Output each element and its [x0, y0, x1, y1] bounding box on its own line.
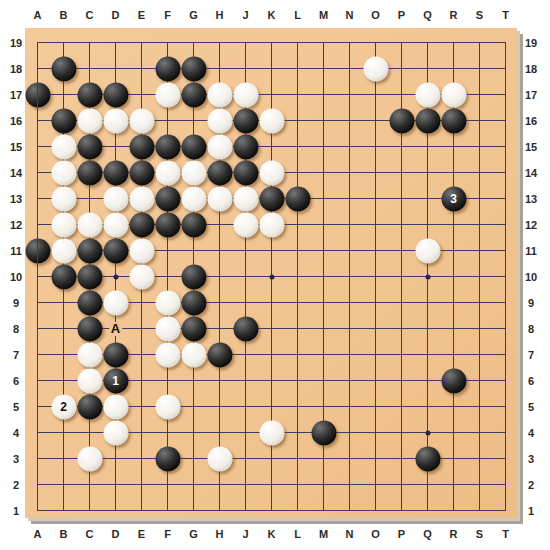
stone-white-F5	[155, 394, 180, 419]
col-label-top-E: E	[138, 9, 145, 21]
stone-white-E10	[129, 264, 154, 289]
col-label-bottom-T: T	[502, 528, 509, 540]
stone-white-Q17	[415, 82, 440, 107]
row-label-left-19: 19	[10, 37, 22, 49]
col-label-top-T: T	[502, 9, 509, 21]
star-point-Q4	[425, 430, 430, 435]
row-label-left-1: 1	[13, 505, 19, 517]
col-label-bottom-C: C	[86, 528, 94, 540]
row-label-left-8: 8	[13, 323, 19, 335]
stone-black-D14	[103, 160, 128, 185]
board-grid: 312A	[37, 42, 506, 511]
stone-black-D17	[103, 82, 128, 107]
row-label-right-7: 7	[528, 349, 534, 361]
row-label-left-16: 16	[10, 115, 22, 127]
stone-black-G17	[181, 82, 206, 107]
col-label-bottom-B: B	[60, 528, 68, 540]
stone-black-A11	[25, 238, 50, 263]
stone-white-R17	[441, 82, 466, 107]
row-label-left-17: 17	[10, 89, 22, 101]
stone-white-J17	[233, 82, 258, 107]
stone-white-G14	[181, 160, 206, 185]
row-label-left-2: 2	[13, 479, 19, 491]
row-label-left-12: 12	[10, 219, 22, 231]
stone-white-H13	[207, 186, 232, 211]
row-label-right-12: 12	[525, 219, 537, 231]
stone-black-C14	[77, 160, 102, 185]
stone-white-E16	[129, 108, 154, 133]
stone-white-B14	[51, 160, 76, 185]
stone-black-Q3	[415, 446, 440, 471]
stone-white-F17	[155, 82, 180, 107]
col-label-bottom-J: J	[242, 528, 248, 540]
row-label-left-10: 10	[10, 271, 22, 283]
stone-black-A17	[25, 82, 50, 107]
row-label-right-18: 18	[525, 63, 537, 75]
row-label-right-10: 10	[525, 271, 537, 283]
row-label-left-6: 6	[13, 375, 19, 387]
stone-black-H14	[207, 160, 232, 185]
stone-white-K4	[259, 420, 284, 445]
stone-white-J12	[233, 212, 258, 237]
col-label-top-C: C	[86, 9, 94, 21]
col-label-top-K: K	[268, 9, 276, 21]
stone-white-K14	[259, 160, 284, 185]
col-label-top-G: G	[189, 9, 198, 21]
col-label-bottom-Q: Q	[423, 528, 432, 540]
stone-black-C10	[77, 264, 102, 289]
row-label-right-15: 15	[525, 141, 537, 153]
stone-black-C5	[77, 394, 102, 419]
stone-black-G9	[181, 290, 206, 315]
stone-black-G18	[181, 56, 206, 81]
stone-white-D9	[103, 290, 128, 315]
stone-white-F14	[155, 160, 180, 185]
stone-black-J15	[233, 134, 258, 159]
stone-black-D7	[103, 342, 128, 367]
stone-black-G12	[181, 212, 206, 237]
stone-black-E12	[129, 212, 154, 237]
stone-white-B5-move-2: 2	[51, 394, 76, 419]
col-label-bottom-N: N	[346, 528, 354, 540]
col-label-top-S: S	[476, 9, 483, 21]
stone-black-J16	[233, 108, 258, 133]
col-label-top-N: N	[346, 9, 354, 21]
stone-black-F12	[155, 212, 180, 237]
stone-white-K16	[259, 108, 284, 133]
stone-white-D16	[103, 108, 128, 133]
stone-black-M4	[311, 420, 336, 445]
col-label-top-A: A	[34, 9, 42, 21]
stone-black-B18	[51, 56, 76, 81]
row-label-left-18: 18	[10, 63, 22, 75]
stone-black-F18	[155, 56, 180, 81]
row-label-right-9: 9	[528, 297, 534, 309]
col-label-top-Q: Q	[423, 9, 432, 21]
row-label-left-9: 9	[13, 297, 19, 309]
board-label-A-D8: A	[109, 322, 122, 336]
stone-black-G15	[181, 134, 206, 159]
col-label-top-P: P	[398, 9, 405, 21]
stone-white-H15	[207, 134, 232, 159]
stone-white-F9	[155, 290, 180, 315]
col-label-bottom-G: G	[189, 528, 198, 540]
stone-white-D13	[103, 186, 128, 211]
col-label-bottom-L: L	[294, 528, 301, 540]
col-label-top-R: R	[450, 9, 458, 21]
stone-black-B16	[51, 108, 76, 133]
col-label-bottom-R: R	[450, 528, 458, 540]
col-label-bottom-E: E	[138, 528, 145, 540]
row-label-left-15: 15	[10, 141, 22, 153]
row-label-left-11: 11	[10, 245, 22, 257]
row-label-right-14: 14	[525, 167, 537, 179]
stone-black-C9	[77, 290, 102, 315]
col-label-top-M: M	[319, 9, 328, 21]
stone-white-C6	[77, 368, 102, 393]
stone-white-E13	[129, 186, 154, 211]
row-label-right-3: 3	[528, 453, 534, 465]
stone-white-B13	[51, 186, 76, 211]
col-label-top-H: H	[216, 9, 224, 21]
stone-black-P16	[389, 108, 414, 133]
stone-white-D4	[103, 420, 128, 445]
stone-white-O18	[363, 56, 388, 81]
row-label-right-4: 4	[528, 427, 534, 439]
stone-black-G10	[181, 264, 206, 289]
stone-white-G13	[181, 186, 206, 211]
stone-white-G7	[181, 342, 206, 367]
stone-black-E14	[129, 160, 154, 185]
col-label-bottom-P: P	[398, 528, 405, 540]
col-label-top-F: F	[164, 9, 171, 21]
stone-white-F7	[155, 342, 180, 367]
row-label-right-17: 17	[525, 89, 537, 101]
col-label-bottom-M: M	[319, 528, 328, 540]
stone-white-C3	[77, 446, 102, 471]
stone-white-B11	[51, 238, 76, 263]
stone-white-F8	[155, 316, 180, 341]
col-label-top-B: B	[60, 9, 68, 21]
stone-white-C12	[77, 212, 102, 237]
stone-black-G8	[181, 316, 206, 341]
row-label-left-7: 7	[13, 349, 19, 361]
star-point-D10	[113, 274, 118, 279]
stone-black-D6-move-1: 1	[103, 368, 128, 393]
stone-black-R16	[441, 108, 466, 133]
stone-black-D11	[103, 238, 128, 263]
row-label-left-4: 4	[13, 427, 19, 439]
stone-black-K13	[259, 186, 284, 211]
row-label-left-5: 5	[13, 401, 19, 413]
stone-black-C15	[77, 134, 102, 159]
stone-black-R13-move-3: 3	[441, 186, 466, 211]
col-label-top-L: L	[294, 9, 301, 21]
stone-white-E11	[129, 238, 154, 263]
row-label-right-8: 8	[528, 323, 534, 335]
row-label-right-1: 1	[528, 505, 534, 517]
stone-black-F3	[155, 446, 180, 471]
stone-white-J13	[233, 186, 258, 211]
row-label-right-19: 19	[525, 37, 537, 49]
stone-black-J14	[233, 160, 258, 185]
stone-white-K12	[259, 212, 284, 237]
stone-black-F15	[155, 134, 180, 159]
stone-white-H16	[207, 108, 232, 133]
stone-white-C16	[77, 108, 102, 133]
stone-white-B15	[51, 134, 76, 159]
stone-white-Q11	[415, 238, 440, 263]
stone-black-H7	[207, 342, 232, 367]
row-label-right-16: 16	[525, 115, 537, 127]
stone-black-E15	[129, 134, 154, 159]
stone-white-H17	[207, 82, 232, 107]
stone-white-D5	[103, 394, 128, 419]
stone-white-H3	[207, 446, 232, 471]
stone-black-R6	[441, 368, 466, 393]
col-label-bottom-K: K	[268, 528, 276, 540]
star-point-K10	[269, 274, 274, 279]
col-label-bottom-D: D	[112, 528, 120, 540]
row-label-right-5: 5	[528, 401, 534, 413]
go-diagram: 312A AABBCCDDEEFFGGHHJJKKLLMMNNOOPPQQRRS…	[0, 0, 550, 550]
col-label-bottom-O: O	[371, 528, 380, 540]
col-label-bottom-F: F	[164, 528, 171, 540]
star-point-Q10	[425, 274, 430, 279]
stone-black-B10	[51, 264, 76, 289]
stone-white-C7	[77, 342, 102, 367]
row-label-right-11: 11	[525, 245, 537, 257]
row-label-left-3: 3	[13, 453, 19, 465]
row-label-right-13: 13	[525, 193, 537, 205]
stone-white-D12	[103, 212, 128, 237]
stone-black-Q16	[415, 108, 440, 133]
col-label-top-D: D	[112, 9, 120, 21]
stone-black-F13	[155, 186, 180, 211]
stone-black-C8	[77, 316, 102, 341]
stone-white-B12	[51, 212, 76, 237]
col-label-top-O: O	[371, 9, 380, 21]
stone-black-J8	[233, 316, 258, 341]
stone-black-L13	[285, 186, 310, 211]
row-label-right-2: 2	[528, 479, 534, 491]
col-label-bottom-S: S	[476, 528, 483, 540]
stone-black-C11	[77, 238, 102, 263]
col-label-bottom-H: H	[216, 528, 224, 540]
col-label-top-J: J	[242, 9, 248, 21]
stone-black-C17	[77, 82, 102, 107]
go-board: 312A	[25, 28, 517, 518]
row-label-right-6: 6	[528, 375, 534, 387]
row-label-left-13: 13	[10, 193, 22, 205]
col-label-bottom-A: A	[34, 528, 42, 540]
row-label-left-14: 14	[10, 167, 22, 179]
